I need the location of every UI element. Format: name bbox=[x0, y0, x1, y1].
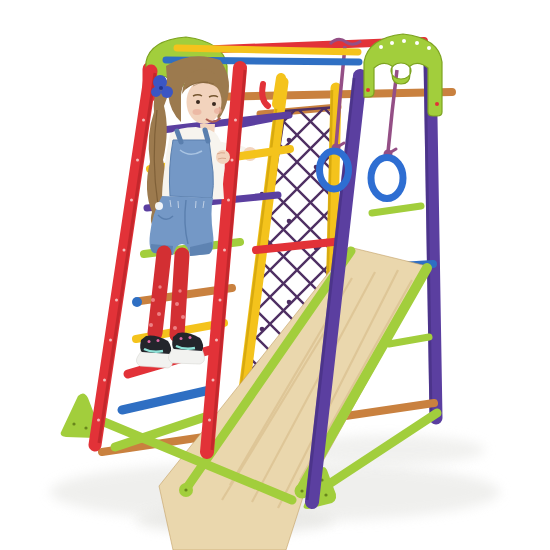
top-bar-yellow bbox=[177, 48, 358, 52]
girl-leg-right bbox=[177, 255, 182, 335]
girl-leg-left bbox=[155, 253, 164, 333]
climbing-frame-photo bbox=[0, 0, 550, 550]
net-post-left-top bbox=[277, 78, 281, 104]
girl-right-hand bbox=[216, 150, 230, 164]
pocket-lining bbox=[155, 202, 163, 210]
rung-end-cap bbox=[132, 297, 142, 307]
girl-overalls-bib bbox=[169, 140, 213, 198]
photo-canvas bbox=[0, 0, 550, 550]
